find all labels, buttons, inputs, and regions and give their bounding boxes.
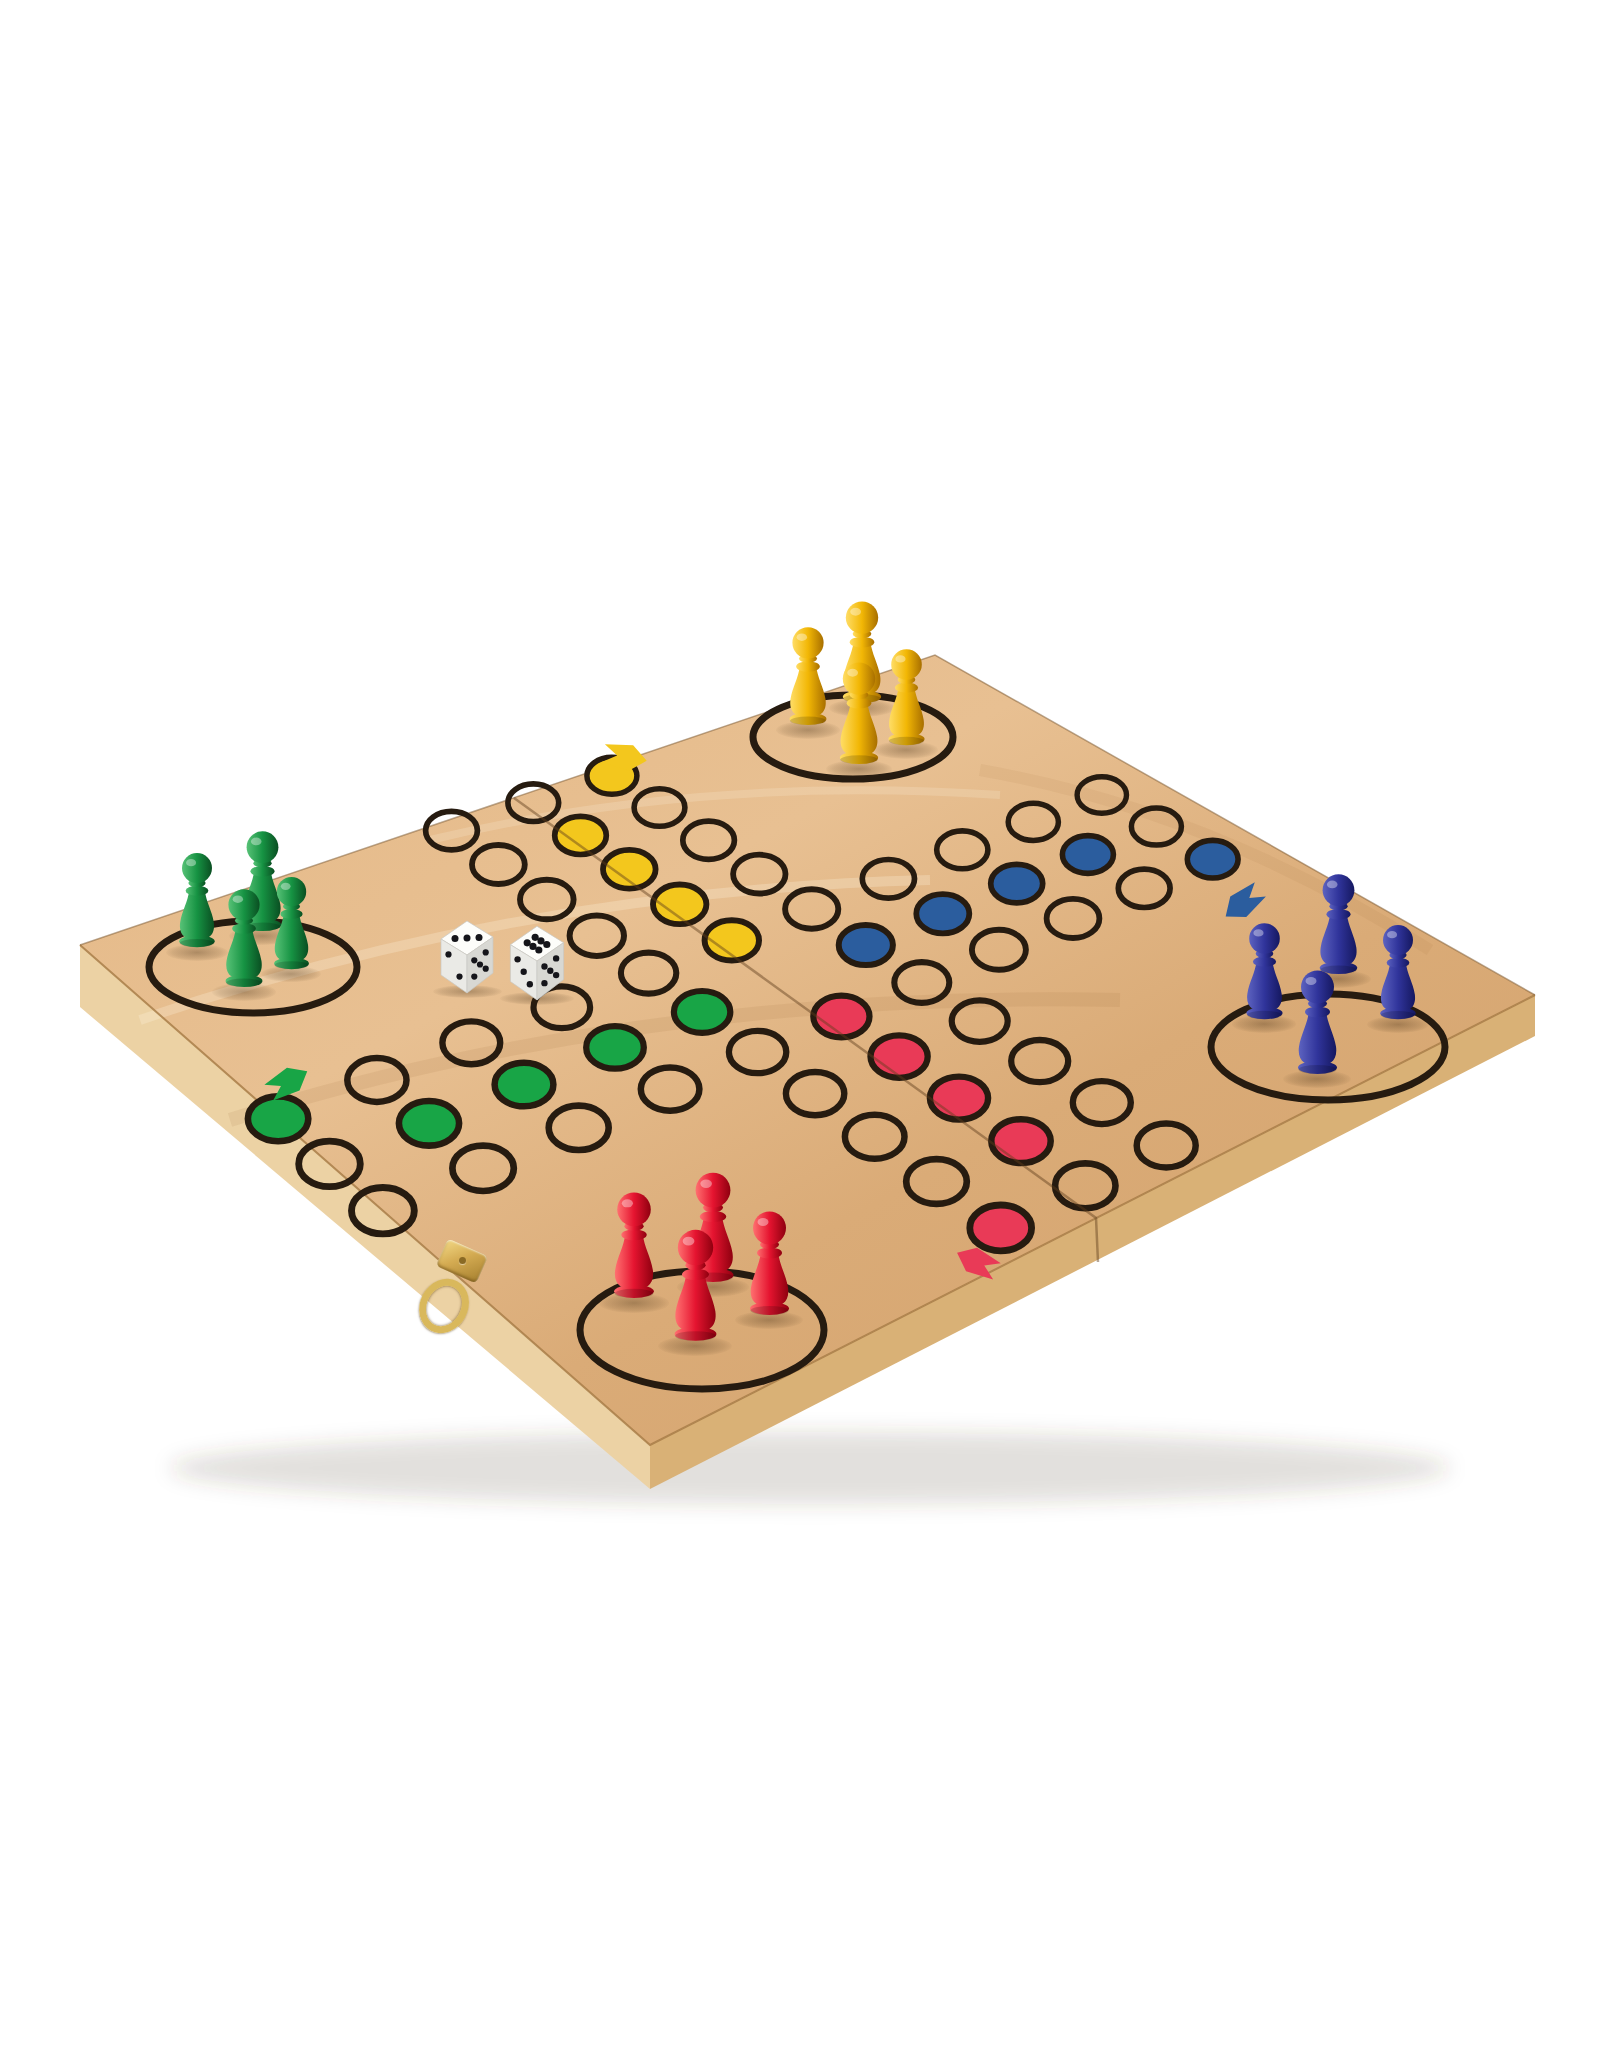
home-cell-red-c6-r10[interactable]	[991, 1119, 1050, 1163]
home-cell-green-c2-r6[interactable]	[399, 1101, 459, 1146]
board-drop-shadow	[170, 1432, 1450, 1504]
start-cell-red[interactable]	[970, 1205, 1032, 1251]
home-cell-blue-c7-r6[interactable]	[839, 925, 893, 965]
home-cell-red-c6-r7[interactable]	[813, 996, 869, 1038]
start-cell-blue[interactable]	[1187, 840, 1238, 878]
start-cell-green[interactable]	[248, 1096, 308, 1141]
home-cell-red-c6-r9[interactable]	[930, 1077, 988, 1120]
home-cell-blue-c10-r6[interactable]	[1062, 836, 1113, 874]
home-cell-red-c6-r8[interactable]	[871, 1035, 928, 1077]
home-cell-blue-c9-r6[interactable]	[991, 864, 1043, 902]
home-cell-green-c5-r6[interactable]	[674, 991, 730, 1033]
board	[0, 0, 1600, 2048]
board-photo: Wooden folding Ludo board (Mensch aerger…	[0, 0, 1600, 2048]
home-cell-blue-c8-r6[interactable]	[916, 894, 969, 933]
home-cell-green-c3-r6[interactable]	[495, 1063, 554, 1107]
home-cell-green-c4-r6[interactable]	[586, 1026, 644, 1069]
home-cell-yellow-c6-r2[interactable]	[555, 816, 607, 854]
